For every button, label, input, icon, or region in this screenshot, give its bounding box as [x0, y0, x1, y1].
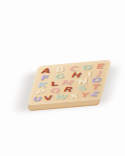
puzzle-piece-w: W [53, 94, 68, 100]
puzzle-piece-i: I [87, 70, 92, 77]
puzzle-piece-x: X [69, 92, 78, 99]
puzzle-piece-u: U [32, 96, 43, 102]
letter-grid: ABCDEFGHIJKLMNOPQRSTUVWXYZ [31, 62, 108, 103]
puzzle-piece-v: V [44, 95, 53, 102]
background: ABCDEFGHIJKLMNOPQRSTUVWXYZ [0, 0, 125, 156]
puzzle-piece-z: Z [89, 91, 100, 97]
